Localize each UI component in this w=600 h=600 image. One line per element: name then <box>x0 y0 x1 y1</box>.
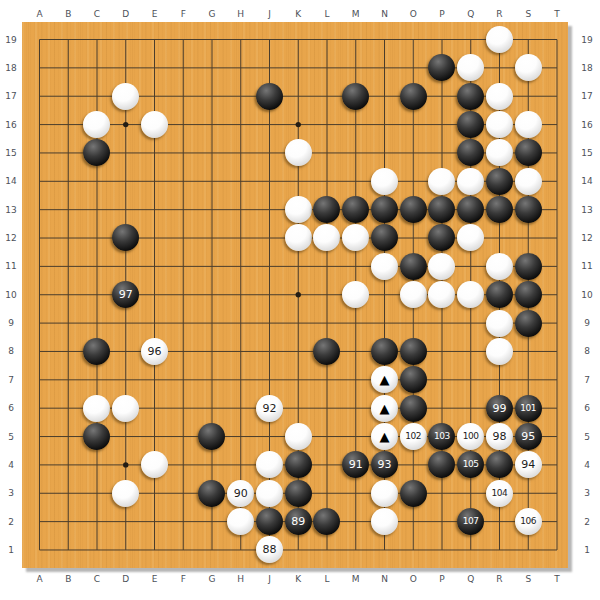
move-number-100: 100 <box>463 432 479 441</box>
coord-label-top-R: R <box>496 9 502 19</box>
coord-label-left-17: 17 <box>5 91 16 101</box>
stone-C15-black <box>83 139 110 166</box>
move-number-96: 96 <box>147 346 161 357</box>
coord-label-right-17: 17 <box>581 91 592 101</box>
coord-label-bottom-O: O <box>410 574 417 584</box>
move-number-90: 90 <box>234 488 248 499</box>
stone-K13-white <box>285 196 312 223</box>
coord-label-right-5: 5 <box>584 432 590 442</box>
coord-label-right-10: 10 <box>581 290 592 300</box>
stone-Q13-black <box>457 196 484 223</box>
coord-label-top-G: G <box>209 9 216 19</box>
coord-label-top-B: B <box>65 9 71 19</box>
stone-K15-white <box>285 139 312 166</box>
stone-Q17-black <box>457 83 484 110</box>
triangle-marker-icon: ▲ <box>379 402 389 415</box>
stone-O6-black <box>400 395 427 422</box>
coord-label-left-8: 8 <box>8 346 14 356</box>
stone-N14-white <box>371 168 398 195</box>
coord-label-right-7: 7 <box>584 375 590 385</box>
stone-M12-white <box>342 224 369 251</box>
stone-D6-white <box>112 395 139 422</box>
coord-label-left-7: 7 <box>8 375 14 385</box>
stone-P11-white <box>428 253 455 280</box>
go-board-diagram: 9796▲92▲99101▲10210310098959193105949010… <box>0 0 600 600</box>
coord-label-left-6: 6 <box>8 403 14 413</box>
stone-S2-white: 106 <box>515 508 542 535</box>
stone-P18-black <box>428 54 455 81</box>
stone-D17-white <box>112 83 139 110</box>
coord-label-right-14: 14 <box>581 176 592 186</box>
move-number-99: 99 <box>492 403 506 414</box>
stone-R6-black: 99 <box>486 395 513 422</box>
coord-label-top-C: C <box>94 9 100 19</box>
coord-label-bottom-L: L <box>324 574 329 584</box>
move-number-105: 105 <box>463 460 479 469</box>
stone-R16-white <box>486 111 513 138</box>
stone-N3-white <box>371 480 398 507</box>
coord-label-right-13: 13 <box>581 205 592 215</box>
coord-label-right-9: 9 <box>584 318 590 328</box>
coord-label-right-2: 2 <box>584 517 590 527</box>
stone-M13-black <box>342 196 369 223</box>
stone-N6-white: ▲ <box>371 395 398 422</box>
coord-label-bottom-K: K <box>295 574 301 584</box>
stone-S9-black <box>515 310 542 337</box>
stone-N5-white: ▲ <box>371 423 398 450</box>
stone-O3-black <box>400 480 427 507</box>
coord-label-top-D: D <box>122 9 129 19</box>
coord-label-left-12: 12 <box>5 233 16 243</box>
stone-S4-white: 94 <box>515 451 542 478</box>
stone-P10-white <box>428 281 455 308</box>
stone-G3-black <box>198 480 225 507</box>
stone-S11-black <box>515 253 542 280</box>
coord-label-bottom-H: H <box>237 574 244 584</box>
coord-label-left-19: 19 <box>5 35 16 45</box>
move-number-97: 97 <box>119 289 133 300</box>
move-number-102: 102 <box>405 432 421 441</box>
stone-M10-white <box>342 281 369 308</box>
stone-K4-black <box>285 451 312 478</box>
coord-label-bottom-A: A <box>36 574 42 584</box>
stone-K5-white <box>285 423 312 450</box>
stone-L12-white <box>313 224 340 251</box>
stone-D12-black <box>112 224 139 251</box>
coord-label-top-N: N <box>381 9 388 19</box>
coord-label-bottom-D: D <box>122 574 129 584</box>
stone-S18-white <box>515 54 542 81</box>
stone-L13-black <box>313 196 340 223</box>
stone-K2-black: 89 <box>285 508 312 535</box>
stone-C6-white <box>83 395 110 422</box>
stone-N13-black <box>371 196 398 223</box>
stone-O11-black <box>400 253 427 280</box>
coord-label-right-11: 11 <box>581 261 592 271</box>
stone-N4-black: 93 <box>371 451 398 478</box>
stone-O10-white <box>400 281 427 308</box>
stone-Q18-white <box>457 54 484 81</box>
stone-J6-white: 92 <box>256 395 283 422</box>
stone-R15-white <box>486 139 513 166</box>
stone-R4-black <box>486 451 513 478</box>
move-number-101: 101 <box>520 404 536 413</box>
coord-label-top-E: E <box>152 9 158 19</box>
stone-P12-black <box>428 224 455 251</box>
stone-P13-black <box>428 196 455 223</box>
coord-label-left-10: 10 <box>5 290 16 300</box>
stone-N12-black <box>371 224 398 251</box>
stone-R11-white <box>486 253 513 280</box>
coord-label-left-15: 15 <box>5 148 16 158</box>
coord-label-bottom-B: B <box>65 574 71 584</box>
stone-S13-black <box>515 196 542 223</box>
coord-label-top-A: A <box>36 9 42 19</box>
stone-R17-white <box>486 83 513 110</box>
stone-Q4-black: 105 <box>457 451 484 478</box>
stone-M4-black: 91 <box>342 451 369 478</box>
stone-Q10-white <box>457 281 484 308</box>
coord-label-right-1: 1 <box>584 545 590 555</box>
coord-label-top-S: S <box>525 9 531 19</box>
coord-label-left-13: 13 <box>5 205 16 215</box>
stone-E8-white: 96 <box>141 338 168 365</box>
coord-label-left-5: 5 <box>8 432 14 442</box>
stone-R13-black <box>486 196 513 223</box>
stone-H2-white <box>227 508 254 535</box>
coord-label-bottom-G: G <box>209 574 216 584</box>
coord-label-bottom-N: N <box>381 574 388 584</box>
coord-label-bottom-S: S <box>525 574 531 584</box>
stone-S14-white <box>515 168 542 195</box>
coord-label-right-16: 16 <box>581 120 592 130</box>
coord-label-top-T: T <box>554 9 560 19</box>
stone-D10-black: 97 <box>112 281 139 308</box>
move-number-106: 106 <box>520 517 536 526</box>
stone-G5-black <box>198 423 225 450</box>
stone-Q12-white <box>457 224 484 251</box>
stone-R8-white <box>486 338 513 365</box>
stone-S10-black <box>515 281 542 308</box>
coord-label-bottom-T: T <box>554 574 560 584</box>
stone-Q14-white <box>457 168 484 195</box>
coord-label-bottom-P: P <box>439 574 444 584</box>
coord-label-right-18: 18 <box>581 63 592 73</box>
coord-label-bottom-R: R <box>496 574 502 584</box>
stone-N8-black <box>371 338 398 365</box>
coord-label-top-P: P <box>439 9 444 19</box>
stone-N7-white: ▲ <box>371 366 398 393</box>
move-number-93: 93 <box>377 459 391 470</box>
move-number-88: 88 <box>262 544 276 555</box>
coord-label-left-16: 16 <box>5 120 16 130</box>
coord-label-bottom-M: M <box>352 574 360 584</box>
stone-J17-black <box>256 83 283 110</box>
stone-O7-black <box>400 366 427 393</box>
coord-label-top-Q: Q <box>467 9 474 19</box>
coord-label-left-11: 11 <box>5 261 16 271</box>
move-number-89: 89 <box>291 516 305 527</box>
coord-label-top-F: F <box>181 9 186 19</box>
triangle-marker-icon: ▲ <box>379 373 389 386</box>
stone-O5-white: 102 <box>400 423 427 450</box>
go-board[interactable]: 9796▲92▲99101▲10210310098959193105949010… <box>22 22 568 568</box>
triangle-marker-icon: ▲ <box>379 430 389 443</box>
coord-label-top-O: O <box>410 9 417 19</box>
stone-R10-black <box>486 281 513 308</box>
coord-label-left-2: 2 <box>8 517 14 527</box>
coord-label-right-12: 12 <box>581 233 592 243</box>
stone-C5-black <box>83 423 110 450</box>
stone-R3-white: 104 <box>486 480 513 507</box>
stone-P5-black: 103 <box>428 423 455 450</box>
stone-S15-black <box>515 139 542 166</box>
stone-R19-white <box>486 26 513 53</box>
stone-O17-black <box>400 83 427 110</box>
coord-label-right-15: 15 <box>581 148 592 158</box>
coord-label-top-M: M <box>352 9 360 19</box>
stone-D3-white <box>112 480 139 507</box>
coord-label-left-4: 4 <box>8 460 14 470</box>
stone-O8-black <box>400 338 427 365</box>
move-number-92: 92 <box>262 403 276 414</box>
stone-S6-black: 101 <box>515 395 542 422</box>
coord-label-bottom-F: F <box>181 574 186 584</box>
stone-M17-black <box>342 83 369 110</box>
stone-N2-white <box>371 508 398 535</box>
stone-S5-black: 95 <box>515 423 542 450</box>
stone-K3-black <box>285 480 312 507</box>
coord-label-top-L: L <box>324 9 329 19</box>
stone-R5-white: 98 <box>486 423 513 450</box>
coord-label-right-8: 8 <box>584 346 590 356</box>
coord-label-right-4: 4 <box>584 460 590 470</box>
move-number-103: 103 <box>434 432 450 441</box>
coord-label-left-14: 14 <box>5 176 16 186</box>
move-number-107: 107 <box>463 517 479 526</box>
stone-J1-white: 88 <box>256 536 283 563</box>
coord-label-top-K: K <box>295 9 301 19</box>
coord-label-bottom-C: C <box>94 574 100 584</box>
stone-S16-white <box>515 111 542 138</box>
coord-label-bottom-Q: Q <box>467 574 474 584</box>
coord-label-top-H: H <box>237 9 244 19</box>
stone-Q15-black <box>457 139 484 166</box>
stone-P14-white <box>428 168 455 195</box>
coord-label-top-J: J <box>268 9 271 19</box>
coord-label-bottom-E: E <box>152 574 158 584</box>
move-number-104: 104 <box>491 489 507 498</box>
stone-H3-white: 90 <box>227 480 254 507</box>
stones-layer: 9796▲92▲99101▲10210310098959193105949010… <box>25 25 571 564</box>
stone-P4-black <box>428 451 455 478</box>
coord-label-bottom-J: J <box>268 574 271 584</box>
stone-N11-white <box>371 253 398 280</box>
stone-C8-black <box>83 338 110 365</box>
coord-label-left-3: 3 <box>8 488 14 498</box>
stone-J2-black <box>256 508 283 535</box>
stone-J3-white <box>256 480 283 507</box>
move-number-95: 95 <box>521 431 535 442</box>
stone-C16-white <box>83 111 110 138</box>
coord-label-right-3: 3 <box>584 488 590 498</box>
stone-K12-white <box>285 224 312 251</box>
stone-R14-black <box>486 168 513 195</box>
stone-R9-white <box>486 310 513 337</box>
stone-O13-black <box>400 196 427 223</box>
move-number-91: 91 <box>349 459 363 470</box>
stone-E4-white <box>141 451 168 478</box>
stone-E16-white <box>141 111 168 138</box>
coord-label-left-18: 18 <box>5 63 16 73</box>
move-number-94: 94 <box>521 459 535 470</box>
coord-label-right-6: 6 <box>584 403 590 413</box>
stone-L2-black <box>313 508 340 535</box>
stone-J4-white <box>256 451 283 478</box>
stone-Q2-black: 107 <box>457 508 484 535</box>
stone-Q16-black <box>457 111 484 138</box>
coord-label-left-1: 1 <box>8 545 14 555</box>
coord-label-right-19: 19 <box>581 35 592 45</box>
coord-label-left-9: 9 <box>8 318 14 328</box>
stone-Q5-white: 100 <box>457 423 484 450</box>
stone-L8-black <box>313 338 340 365</box>
move-number-98: 98 <box>492 431 506 442</box>
